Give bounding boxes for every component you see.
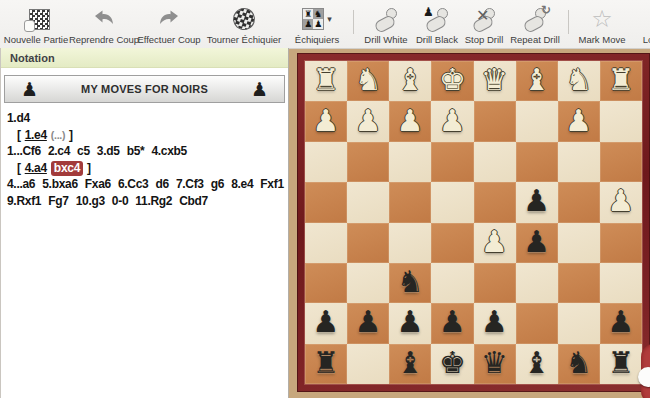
square-h5[interactable] xyxy=(305,223,347,263)
black-queen: ♛ xyxy=(481,348,508,378)
move-token[interactable]: 1.e4 xyxy=(25,128,47,142)
undo-arrow-icon xyxy=(92,7,116,31)
move-token[interactable]: d6 xyxy=(155,177,168,191)
square-a8[interactable]: ♜ xyxy=(600,344,642,384)
move-line: [4.a4bxc4] xyxy=(7,160,284,177)
black-knight: ♞ xyxy=(397,267,424,297)
arm-repeat-icon: ↻ xyxy=(522,7,548,31)
move-token[interactable]: g6 xyxy=(211,177,224,191)
move-token[interactable]: 4.cxb5 xyxy=(151,144,187,158)
notation-panel: Notation ♟ MY MOVES FOR NOIRS ♟ 1.d4[1.e… xyxy=(0,48,289,398)
square-a1[interactable]: ♜ xyxy=(600,61,642,101)
square-e8[interactable]: ♚ xyxy=(431,344,473,384)
star-icon: ☆ xyxy=(591,7,613,31)
square-c1[interactable]: ♝ xyxy=(516,61,558,101)
toolbar-label: Tourner Échiquier xyxy=(207,34,281,45)
notation-panel-header: Notation xyxy=(1,48,288,68)
toolbar-label: Drill Black xyxy=(416,34,458,45)
square-d5[interactable]: ♟ xyxy=(474,223,516,263)
square-f6[interactable]: ♞ xyxy=(389,263,431,303)
move-token[interactable]: Fxf1 xyxy=(260,177,283,191)
move-line: 9.Rxf1Fg710.g30-011.Rg2Cbd7 xyxy=(7,193,284,210)
move-token[interactable]: Fg7 xyxy=(48,194,68,208)
toolbar-label: Échiquiers xyxy=(295,34,339,45)
square-e1[interactable]: ♚ xyxy=(431,61,473,101)
toolbar-make-move-button[interactable]: Effectuer Coup xyxy=(136,0,202,48)
toolbar-label: Stop Drill xyxy=(465,34,504,45)
square-f8[interactable]: ♝ xyxy=(389,344,431,384)
move-token[interactable]: b5* xyxy=(127,144,145,158)
move-token[interactable]: Fxa6 xyxy=(85,177,111,191)
move-token[interactable]: 0-0 xyxy=(112,194,128,208)
toolbar-label: Drill White xyxy=(364,34,407,45)
square-b1[interactable]: ♞ xyxy=(558,61,600,101)
white-rook: ♜ xyxy=(313,65,340,95)
toolbar-label: Repeat Drill xyxy=(510,34,560,45)
chevron-down-icon[interactable]: ▾ xyxy=(327,14,332,24)
chess-board-grid: ♜♞♝♚♛♝♞♜♟♟♟♟♟♟♟♟♟♞♟♟♟♟♟♟♜♝♚♛♝♞♜ xyxy=(305,61,642,384)
toolbar-separator xyxy=(568,10,569,34)
square-a7[interactable]: ♟ xyxy=(600,303,642,343)
move-line: 4...a65.bxa6Fxa66.Cc3d67.Cf3g68.e4Fxf1 xyxy=(7,176,284,193)
square-h4[interactable] xyxy=(305,182,347,222)
arm-black-pawn-icon: ♟ xyxy=(424,7,450,31)
square-a3[interactable] xyxy=(600,142,642,182)
white-knight: ♞ xyxy=(565,65,592,95)
square-h1[interactable]: ♜ xyxy=(305,61,347,101)
arm-x-icon: ✕ xyxy=(471,7,497,31)
square-g6[interactable] xyxy=(347,263,389,303)
square-b7[interactable] xyxy=(558,303,600,343)
white-king: ♚ xyxy=(439,65,466,95)
move-token[interactable]: 7.Cf3 xyxy=(176,177,204,191)
white-pawn: ♟ xyxy=(313,106,340,136)
square-e5[interactable] xyxy=(431,223,473,263)
move-list: 1.d4[1.e4(...)]1...Cf62.c4c53.d5b5*4.cxb… xyxy=(1,103,288,209)
toolbar-separator xyxy=(353,10,354,34)
square-c8[interactable]: ♝ xyxy=(516,344,558,384)
redo-arrow-icon xyxy=(157,7,181,31)
square-b2[interactable]: ♟ xyxy=(558,101,600,141)
black-rook: ♜ xyxy=(607,348,634,378)
toolbar-flip-board-button[interactable]: Tourner Échiquier xyxy=(202,0,286,48)
square-h3[interactable] xyxy=(305,142,347,182)
square-b6[interactable] xyxy=(558,263,600,303)
square-f5[interactable] xyxy=(389,223,431,263)
move-line: [1.e4(...)] xyxy=(7,127,284,144)
square-d3[interactable] xyxy=(474,142,516,182)
move-token[interactable]: Cbd7 xyxy=(179,194,208,208)
chess-board: ♜♞♝♚♛♝♞♜♟♟♟♟♟♟♟♟♟♞♟♟♟♟♟♟♜♝♚♛♝♞♜ xyxy=(297,53,650,392)
moves-header-title: MY MOVES FOR NOIRS xyxy=(81,83,208,95)
toolbar-repeat-drill-button[interactable]: ↻Repeat Drill xyxy=(507,0,563,48)
square-d4[interactable] xyxy=(474,182,516,222)
square-e7[interactable]: ♟ xyxy=(431,303,473,343)
square-e6[interactable] xyxy=(431,263,473,303)
square-b4[interactable] xyxy=(558,182,600,222)
move-line: 1.d4 xyxy=(7,110,284,127)
square-h7[interactable]: ♟ xyxy=(305,303,347,343)
white-queen: ♛ xyxy=(481,65,508,95)
square-f2[interactable]: ♟ xyxy=(389,101,431,141)
black-king: ♚ xyxy=(439,348,466,378)
move-token[interactable]: 9.Rxf1 xyxy=(7,194,41,208)
square-b3[interactable] xyxy=(558,142,600,182)
square-g8[interactable] xyxy=(347,344,389,384)
square-d8[interactable]: ♛ xyxy=(474,344,516,384)
black-pawn: ♟ xyxy=(481,307,508,337)
square-d2[interactable] xyxy=(474,101,516,141)
white-pawn: ♟ xyxy=(355,106,382,136)
toolbar-load-white-button[interactable]: ♙Load W xyxy=(630,0,650,48)
toolbar-label: Reprendre Coup xyxy=(69,34,139,45)
toolbar-label: Effectuer Coup xyxy=(137,34,200,45)
black-knight: ♞ xyxy=(565,348,592,378)
toolbar-boards-button[interactable]: ♜♞♟♟▾Échiquiers xyxy=(286,0,348,48)
black-rook: ♜ xyxy=(313,348,340,378)
black-pawn-icon: ♟ xyxy=(251,80,268,99)
square-h6[interactable] xyxy=(305,263,347,303)
move-token[interactable]: 10.g3 xyxy=(76,194,105,208)
boards-grid-icon: ♜♞♟♟ xyxy=(302,8,324,30)
move-token: ] xyxy=(87,161,91,175)
toolbar-label: Mark Move xyxy=(579,34,626,45)
toolbar: Nouvelle PartieReprendre CoupEffectuer C… xyxy=(0,0,650,49)
square-a4[interactable]: ♟ xyxy=(600,182,642,222)
move-token[interactable]: c5 xyxy=(77,144,90,158)
toolbar-drill-black-button[interactable]: ♟Drill Black xyxy=(413,0,461,48)
move-token: [ xyxy=(17,128,21,142)
square-f1[interactable]: ♝ xyxy=(389,61,431,101)
move-token[interactable]: 11.Rg2 xyxy=(135,194,172,208)
move-token[interactable]: 8.e4 xyxy=(231,177,253,191)
rotate-board-icon xyxy=(230,5,258,33)
white-pawn: ♟ xyxy=(565,106,592,136)
square-e3[interactable] xyxy=(431,142,473,182)
square-g7[interactable]: ♟ xyxy=(347,303,389,343)
toolbar-label: Nouvelle Partie xyxy=(4,34,68,45)
arm-icon xyxy=(373,7,399,31)
square-e2[interactable]: ♟ xyxy=(431,101,473,141)
toolbar-label: Load W xyxy=(643,34,650,45)
square-e4[interactable] xyxy=(431,182,473,222)
square-c7[interactable] xyxy=(516,303,558,343)
black-pawn-icon: ♟ xyxy=(21,80,38,99)
new-board-icon xyxy=(29,9,50,30)
black-bishop: ♝ xyxy=(397,348,424,378)
black-pawn: ♟ xyxy=(397,307,424,337)
square-f7[interactable]: ♟ xyxy=(389,303,431,343)
black-pawn: ♟ xyxy=(313,307,340,337)
white-pawn: ♟ xyxy=(607,186,634,216)
square-g3[interactable] xyxy=(347,142,389,182)
black-pawn: ♟ xyxy=(523,186,550,216)
square-a6[interactable] xyxy=(600,263,642,303)
white-pawn: ♟ xyxy=(397,106,424,136)
white-pawn: ♟ xyxy=(481,227,508,257)
move-token: ] xyxy=(69,128,73,142)
black-pawn: ♟ xyxy=(355,307,382,337)
toolbar-take-back-button[interactable]: Reprendre Coup xyxy=(72,0,136,48)
move-token[interactable]: 2.c4 xyxy=(48,144,70,158)
square-b5[interactable] xyxy=(558,223,600,263)
square-g1[interactable]: ♞ xyxy=(347,61,389,101)
square-c2[interactable] xyxy=(516,101,558,141)
square-g4[interactable] xyxy=(347,182,389,222)
white-bishop: ♝ xyxy=(397,65,424,95)
square-d7[interactable]: ♟ xyxy=(474,303,516,343)
square-c5[interactable]: ♟ xyxy=(516,223,558,263)
square-c4[interactable]: ♟ xyxy=(516,182,558,222)
move-token[interactable]: 1.d4 xyxy=(7,111,30,125)
square-f4[interactable] xyxy=(389,182,431,222)
move-token[interactable]: 5.bxa6 xyxy=(42,177,78,191)
toolbar-mark-move-button[interactable]: ☆Mark Move xyxy=(574,0,630,48)
square-b8[interactable]: ♞ xyxy=(558,344,600,384)
square-a5[interactable] xyxy=(600,223,642,263)
move-token[interactable]: (...) xyxy=(51,129,65,141)
toolbar-drill-white-button[interactable]: Drill White xyxy=(359,0,413,48)
square-c6[interactable] xyxy=(516,263,558,303)
square-h2[interactable]: ♟ xyxy=(305,101,347,141)
black-bishop: ♝ xyxy=(523,348,550,378)
square-a2[interactable] xyxy=(600,101,642,141)
moves-for-black-header: ♟ MY MOVES FOR NOIRS ♟ xyxy=(4,75,285,103)
square-g5[interactable] xyxy=(347,223,389,263)
toolbar-stop-drill-button[interactable]: ✕Stop Drill xyxy=(461,0,507,48)
move-token[interactable]: 4...a6 xyxy=(7,177,35,191)
white-bishop: ♝ xyxy=(523,65,550,95)
toolbar-new-game-button[interactable]: Nouvelle Partie xyxy=(0,0,72,48)
square-g2[interactable]: ♟ xyxy=(347,101,389,141)
move-token[interactable]: 6.Cc3 xyxy=(118,177,149,191)
white-rook: ♜ xyxy=(607,65,634,95)
white-knight: ♞ xyxy=(355,65,382,95)
current-move[interactable]: bxc4 xyxy=(51,161,83,176)
square-c3[interactable] xyxy=(516,142,558,182)
black-pawn: ♟ xyxy=(439,307,466,337)
square-f3[interactable] xyxy=(389,142,431,182)
square-h8[interactable]: ♜ xyxy=(305,344,347,384)
square-d6[interactable] xyxy=(474,263,516,303)
white-pawn: ♟ xyxy=(439,106,466,136)
notation-panel-title: Notation xyxy=(1,52,55,64)
move-line: 1...Cf62.c4c53.d5b5*4.cxb5 xyxy=(7,143,284,160)
black-pawn: ♟ xyxy=(607,307,634,337)
move-token: [ xyxy=(17,161,21,175)
move-token[interactable]: 1...Cf6 xyxy=(7,144,41,158)
move-token[interactable]: 3.d5 xyxy=(97,144,120,158)
black-pawn: ♟ xyxy=(523,227,550,257)
move-token[interactable]: 4.a4 xyxy=(25,161,47,175)
square-d1[interactable]: ♛ xyxy=(474,61,516,101)
